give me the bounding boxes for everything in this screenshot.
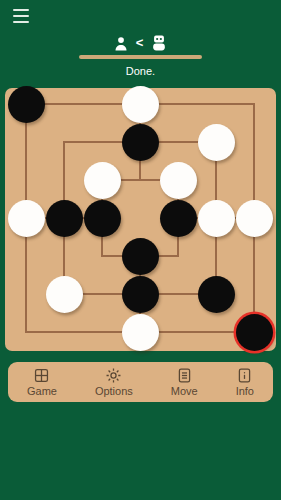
white-piece[interactable]	[8, 200, 45, 237]
white-piece[interactable]	[198, 200, 235, 237]
black-piece[interactable]	[46, 200, 83, 237]
options-button-label: Options	[95, 385, 133, 397]
score-comparison-sign: <	[136, 36, 144, 50]
morris-board[interactable]	[5, 88, 276, 351]
move-button[interactable]: Move	[165, 365, 204, 399]
game-button-label: Game	[27, 385, 57, 397]
robot-player-icon	[151, 35, 167, 51]
black-piece[interactable]	[122, 276, 159, 313]
board-grid-icon	[33, 367, 50, 384]
engine-status-text: Done.	[0, 65, 281, 77]
players-indicator: <	[0, 34, 281, 52]
white-piece[interactable]	[122, 314, 159, 351]
bottom-toolbar: Game Options Move Info	[8, 362, 273, 402]
black-piece[interactable]	[122, 124, 159, 161]
app-screen: < Done.	[0, 0, 281, 500]
status-divider-bar	[79, 55, 202, 59]
info-button-label: Info	[236, 385, 254, 397]
black-piece-highlighted[interactable]	[236, 314, 273, 351]
hamburger-menu-icon	[13, 9, 29, 11]
move-button-label: Move	[171, 385, 198, 397]
white-piece[interactable]	[122, 86, 159, 123]
white-piece[interactable]	[160, 162, 197, 199]
menu-button[interactable]	[13, 9, 29, 23]
white-piece[interactable]	[46, 276, 83, 313]
status-panel: < Done.	[0, 34, 281, 77]
white-piece[interactable]	[84, 162, 121, 199]
move-list-icon	[176, 367, 193, 384]
black-piece[interactable]	[8, 86, 45, 123]
options-button[interactable]: Options	[89, 365, 139, 399]
black-piece[interactable]	[122, 238, 159, 275]
gear-icon	[105, 367, 122, 384]
white-piece[interactable]	[236, 200, 273, 237]
black-piece[interactable]	[198, 276, 235, 313]
game-button[interactable]: Game	[21, 365, 63, 399]
white-piece[interactable]	[198, 124, 235, 161]
info-icon	[236, 367, 253, 384]
info-button[interactable]: Info	[230, 365, 260, 399]
black-piece[interactable]	[160, 200, 197, 237]
human-player-icon	[114, 36, 128, 51]
black-piece[interactable]	[84, 200, 121, 237]
